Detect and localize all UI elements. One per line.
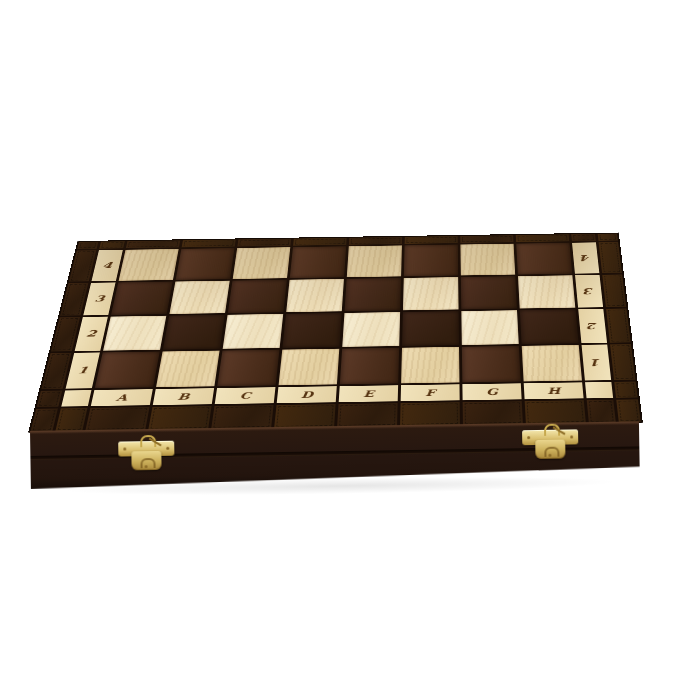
frame-cell-right [614, 382, 637, 398]
square-h3 [518, 275, 575, 308]
frame-cell-top [293, 238, 347, 246]
board-top-face: 44332211ABCDEFGH [28, 232, 643, 433]
square-h4 [516, 243, 572, 275]
square-d1 [279, 349, 340, 386]
frame-cell-top [598, 234, 618, 241]
frame-cell-right [610, 344, 635, 380]
square-e4 [347, 245, 402, 277]
square-g3 [461, 276, 517, 309]
file-label-a: A [91, 389, 153, 406]
frame-cell-bottom [55, 408, 87, 431]
frame-cell-right [606, 308, 631, 342]
file-label-b: B [153, 388, 214, 405]
square-d3 [286, 279, 344, 312]
square-b1 [156, 351, 220, 388]
square-b4 [176, 248, 235, 280]
square-c4 [233, 247, 291, 279]
square-g1 [462, 346, 521, 383]
frame-cell-top [571, 234, 596, 241]
square-d2 [282, 313, 341, 348]
frame-cell-top [237, 239, 291, 247]
square-b2 [163, 315, 225, 350]
square-h2 [520, 309, 579, 344]
rank-label-right-1: 1 [582, 344, 612, 380]
frame-cell-left [37, 391, 63, 407]
square-f1 [401, 347, 459, 384]
square-d4 [290, 246, 346, 278]
file-label-f: F [401, 384, 460, 401]
square-h1 [522, 345, 582, 382]
file-label-g: G [462, 383, 521, 400]
frame-cell-top [460, 235, 513, 243]
chess-box: 44332211ABCDEFGH [23, 85, 644, 495]
square-c1 [217, 350, 279, 387]
frame-cell-bottom [463, 401, 523, 425]
file-label-c: C [215, 387, 276, 404]
box-front-face [30, 421, 640, 489]
frame-cell-bottom [587, 400, 616, 423]
right-latch-icon [522, 426, 579, 461]
frame-cell-top [182, 240, 236, 248]
square-c2 [223, 314, 284, 349]
latch-staple [140, 458, 155, 468]
rank-label-right-4: 4 [572, 242, 599, 273]
frame-cell-top [405, 236, 458, 244]
rank-label-right-2: 2 [578, 309, 607, 343]
square-g4 [460, 244, 515, 276]
corner-cell-left [61, 390, 91, 406]
rank-label-left-2: 2 [75, 317, 108, 351]
square-f3 [403, 277, 459, 310]
frame-cell-bottom [337, 403, 398, 427]
square-c3 [228, 280, 287, 313]
square-a3 [111, 282, 173, 315]
rank-label-left-4: 4 [91, 250, 122, 281]
file-label-h: H [524, 382, 584, 399]
file-label-e: E [339, 385, 398, 402]
frame-cell-top [77, 242, 98, 249]
rank-label-right-3: 3 [575, 275, 603, 308]
frame-cell-bottom [400, 402, 460, 426]
square-a4 [119, 249, 179, 281]
rank-label-left-3: 3 [83, 282, 115, 315]
frame-cell-bottom [30, 408, 58, 431]
frame-cell-top [349, 237, 402, 245]
square-a1 [95, 352, 160, 389]
frame-cell-bottom [525, 400, 586, 424]
latch-staple [544, 447, 559, 457]
frame-cell-top [126, 240, 180, 248]
frame-cell-bottom [211, 405, 273, 429]
square-a2 [103, 316, 166, 351]
product-photo-scene: 44332211ABCDEFGH [0, 0, 700, 700]
square-f4 [404, 245, 458, 277]
left-latch-icon [118, 438, 175, 473]
square-f2 [402, 311, 459, 346]
frame-cell-bottom [616, 399, 641, 422]
square-e2 [342, 312, 400, 347]
frame-cell-right [599, 242, 622, 273]
square-b3 [169, 281, 229, 314]
square-g2 [461, 310, 518, 345]
square-e1 [340, 348, 399, 385]
corner-cell-right [585, 382, 613, 398]
frame-cell-bottom [85, 407, 149, 431]
frame-cell-top [99, 241, 124, 248]
square-e3 [345, 278, 401, 311]
frame-cell-bottom [148, 406, 211, 430]
frame-cell-bottom [274, 404, 335, 428]
file-label-d: D [277, 386, 337, 403]
frame-cell-top [516, 234, 569, 242]
frame-cell-right [602, 274, 626, 307]
